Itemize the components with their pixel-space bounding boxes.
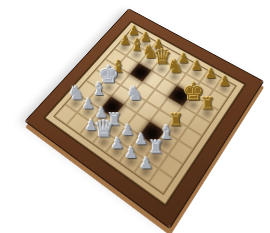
- square-d1: [92, 130, 116, 153]
- square-h1: [148, 168, 173, 193]
- square-h2: [159, 154, 184, 179]
- square-h4: [178, 127, 202, 150]
- square-g1: [134, 158, 159, 183]
- square-f4: [150, 109, 173, 131]
- square-e1: [106, 139, 130, 162]
- square-c1: [79, 121, 103, 143]
- arimaa-set-photo: ♟♟♟♟♟♟♟♟♝♞♛♞♚♜♝♚♞♜♝♝♞♟♟♜♟♟♜♟♛♟♟♟: [0, 0, 270, 233]
- square-e2: [116, 126, 140, 149]
- square-e4: [136, 101, 159, 122]
- square-h6: [196, 102, 219, 123]
- square-h5: [187, 114, 210, 136]
- square-f1: [119, 148, 144, 172]
- square-e3: [126, 113, 149, 135]
- board-field: [44, 22, 245, 205]
- board-grid: [54, 29, 235, 194]
- square-f2: [130, 135, 154, 158]
- square-g5: [173, 106, 196, 127]
- arimaa-board: ♟♟♟♟♟♟♟♟♝♞♛♞♚♜♝♚♞♜♝♝♞♟♟♜♟♟♜♟♛♟♟♟: [26, 9, 263, 227]
- square-g4: [164, 118, 188, 140]
- square-g2: [144, 144, 168, 168]
- square-d2: [103, 117, 127, 139]
- trap-square-f3: [140, 122, 164, 144]
- square-f5: [159, 97, 182, 118]
- square-c2: [90, 109, 113, 130]
- square-d3: [113, 105, 136, 126]
- square-h3: [168, 140, 192, 164]
- square-b1: [67, 112, 90, 133]
- square-g3: [154, 131, 178, 154]
